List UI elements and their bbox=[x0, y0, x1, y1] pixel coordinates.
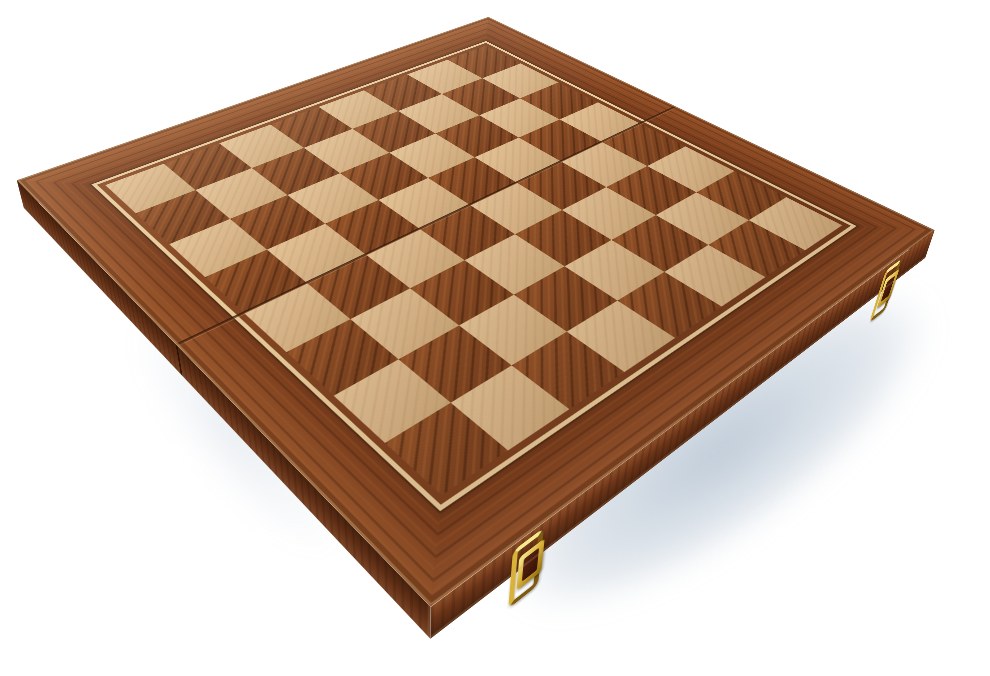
square-g1 bbox=[708, 220, 805, 277]
square-f1 bbox=[664, 245, 765, 306]
square-a4 bbox=[244, 283, 351, 352]
board-top-face bbox=[17, 17, 935, 607]
frame-band-near-right bbox=[379, 207, 935, 607]
square-a7 bbox=[136, 190, 230, 244]
square-a2 bbox=[333, 359, 450, 443]
square-c2 bbox=[458, 295, 566, 366]
square-c4 bbox=[366, 229, 465, 289]
chess-board bbox=[17, 17, 935, 607]
square-a6 bbox=[169, 219, 267, 277]
square-c5 bbox=[325, 200, 420, 255]
square-c1 bbox=[511, 332, 624, 410]
square-f2 bbox=[611, 215, 708, 272]
product-photo-stage bbox=[0, 0, 990, 676]
square-b3 bbox=[351, 289, 458, 359]
square-b5 bbox=[267, 224, 366, 283]
square-d3 bbox=[465, 234, 565, 294]
square-c3 bbox=[410, 260, 513, 325]
square-b2 bbox=[398, 325, 511, 402]
square-a1 bbox=[385, 402, 509, 495]
square-d2 bbox=[513, 266, 617, 332]
square-b4 bbox=[307, 255, 410, 319]
frame-band-near-left bbox=[17, 163, 493, 607]
square-e1 bbox=[617, 272, 722, 338]
square-e2 bbox=[564, 240, 664, 301]
square-b6 bbox=[230, 195, 325, 249]
square-b1 bbox=[451, 365, 569, 450]
square-e3 bbox=[515, 210, 611, 266]
square-d4 bbox=[420, 205, 516, 260]
square-d1 bbox=[566, 300, 675, 372]
square-a3 bbox=[287, 319, 399, 395]
board-scene bbox=[145, 0, 795, 530]
square-a5 bbox=[205, 249, 307, 313]
